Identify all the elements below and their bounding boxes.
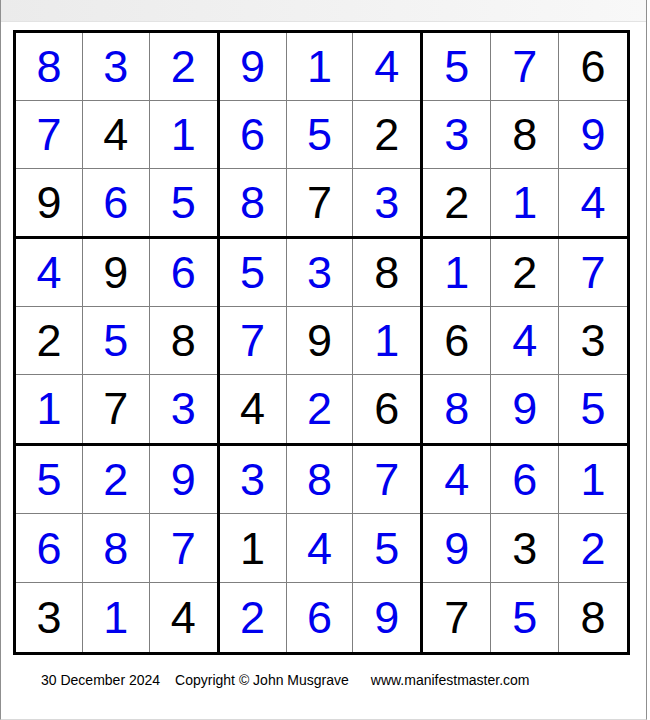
cell-r4c1: 4 (16, 239, 83, 307)
cell-r6c9: 5 (559, 375, 627, 443)
cell-r7c2: 2 (83, 446, 150, 515)
cell-r5c5: 9 (287, 307, 354, 375)
cell-r8c3: 7 (150, 514, 217, 583)
sudoku-box-9: 461932758 (423, 446, 627, 652)
cell-r2c7: 3 (423, 101, 491, 169)
cell-r7c8: 6 (491, 446, 559, 515)
cell-r3c7: 2 (423, 169, 491, 237)
cell-r1c6: 4 (353, 33, 420, 101)
cell-r2c9: 9 (559, 101, 627, 169)
footer-copyright: Copyright © John Musgrave (175, 672, 349, 688)
cell-r1c7: 5 (423, 33, 491, 101)
cell-r1c2: 3 (83, 33, 150, 101)
cell-r2c6: 2 (353, 101, 420, 169)
sudoku-box-1: 832741965 (16, 33, 220, 239)
cell-r3c3: 5 (150, 169, 217, 237)
cell-r4c4: 5 (220, 239, 287, 307)
cell-r6c4: 4 (220, 375, 287, 443)
cell-r3c5: 7 (287, 169, 354, 237)
cell-r6c1: 1 (16, 375, 83, 443)
cell-r6c7: 8 (423, 375, 491, 443)
sudoku-box-7: 529687314 (16, 446, 220, 652)
cell-r5c7: 6 (423, 307, 491, 375)
cell-r8c5: 4 (287, 514, 354, 583)
cell-r8c6: 5 (353, 514, 420, 583)
sudoku-box-5: 538791426 (220, 239, 424, 445)
cell-r9c1: 3 (16, 583, 83, 652)
cell-r6c8: 9 (491, 375, 559, 443)
cell-r1c9: 6 (559, 33, 627, 101)
cell-r6c5: 2 (287, 375, 354, 443)
cell-r8c4: 1 (220, 514, 287, 583)
cell-r3c1: 9 (16, 169, 83, 237)
sudoku-box-4: 496258173 (16, 239, 220, 445)
cell-r5c4: 7 (220, 307, 287, 375)
cell-r9c2: 1 (83, 583, 150, 652)
sudoku-board: 8327419659146528735763892144962581735387… (13, 30, 630, 655)
cell-r2c3: 1 (150, 101, 217, 169)
cell-r9c7: 7 (423, 583, 491, 652)
cell-r7c5: 8 (287, 446, 354, 515)
page-top-bar (1, 0, 646, 22)
cell-r5c3: 8 (150, 307, 217, 375)
cell-r9c3: 4 (150, 583, 217, 652)
cell-r9c4: 2 (220, 583, 287, 652)
cell-r3c6: 3 (353, 169, 420, 237)
cell-r7c6: 7 (353, 446, 420, 515)
sudoku-box-3: 576389214 (423, 33, 627, 239)
cell-r4c6: 8 (353, 239, 420, 307)
cell-r9c8: 5 (491, 583, 559, 652)
cell-r1c4: 9 (220, 33, 287, 101)
cell-r3c4: 8 (220, 169, 287, 237)
cell-r4c8: 2 (491, 239, 559, 307)
cell-r8c8: 3 (491, 514, 559, 583)
footer: 30 December 2024Copyright © John Musgrav… (41, 672, 530, 688)
cell-r3c9: 4 (559, 169, 627, 237)
cell-r6c6: 6 (353, 375, 420, 443)
sudoku-box-6: 127643895 (423, 239, 627, 445)
cell-r3c8: 1 (491, 169, 559, 237)
cell-r2c2: 4 (83, 101, 150, 169)
page: 8327419659146528735763892144962581735387… (0, 0, 647, 720)
cell-r5c9: 3 (559, 307, 627, 375)
cell-r6c3: 3 (150, 375, 217, 443)
cell-r6c2: 7 (83, 375, 150, 443)
footer-date: 30 December 2024 (41, 672, 160, 688)
cell-r2c1: 7 (16, 101, 83, 169)
cell-r9c5: 6 (287, 583, 354, 652)
cell-r5c1: 2 (16, 307, 83, 375)
cell-r7c7: 4 (423, 446, 491, 515)
cell-r7c9: 1 (559, 446, 627, 515)
cell-r4c5: 3 (287, 239, 354, 307)
cell-r5c6: 1 (353, 307, 420, 375)
cell-r7c3: 9 (150, 446, 217, 515)
cell-r7c4: 3 (220, 446, 287, 515)
cell-r3c2: 6 (83, 169, 150, 237)
cell-r1c5: 1 (287, 33, 354, 101)
cell-r4c9: 7 (559, 239, 627, 307)
cell-r7c1: 5 (16, 446, 83, 515)
footer-website: www.manifestmaster.com (371, 672, 530, 688)
cell-r1c1: 8 (16, 33, 83, 101)
cell-r2c4: 6 (220, 101, 287, 169)
cell-r5c8: 4 (491, 307, 559, 375)
cell-r5c2: 5 (83, 307, 150, 375)
sudoku-box-2: 914652873 (220, 33, 424, 239)
cell-r8c7: 9 (423, 514, 491, 583)
cell-r4c3: 6 (150, 239, 217, 307)
cell-r4c7: 1 (423, 239, 491, 307)
cell-r9c9: 8 (559, 583, 627, 652)
cell-r1c3: 2 (150, 33, 217, 101)
sudoku-box-8: 387145269 (220, 446, 424, 652)
cell-r8c1: 6 (16, 514, 83, 583)
cell-r8c2: 8 (83, 514, 150, 583)
cell-r2c8: 8 (491, 101, 559, 169)
cell-r2c5: 5 (287, 101, 354, 169)
cell-r1c8: 7 (491, 33, 559, 101)
cell-r8c9: 2 (559, 514, 627, 583)
cell-r9c6: 9 (353, 583, 420, 652)
cell-r4c2: 9 (83, 239, 150, 307)
